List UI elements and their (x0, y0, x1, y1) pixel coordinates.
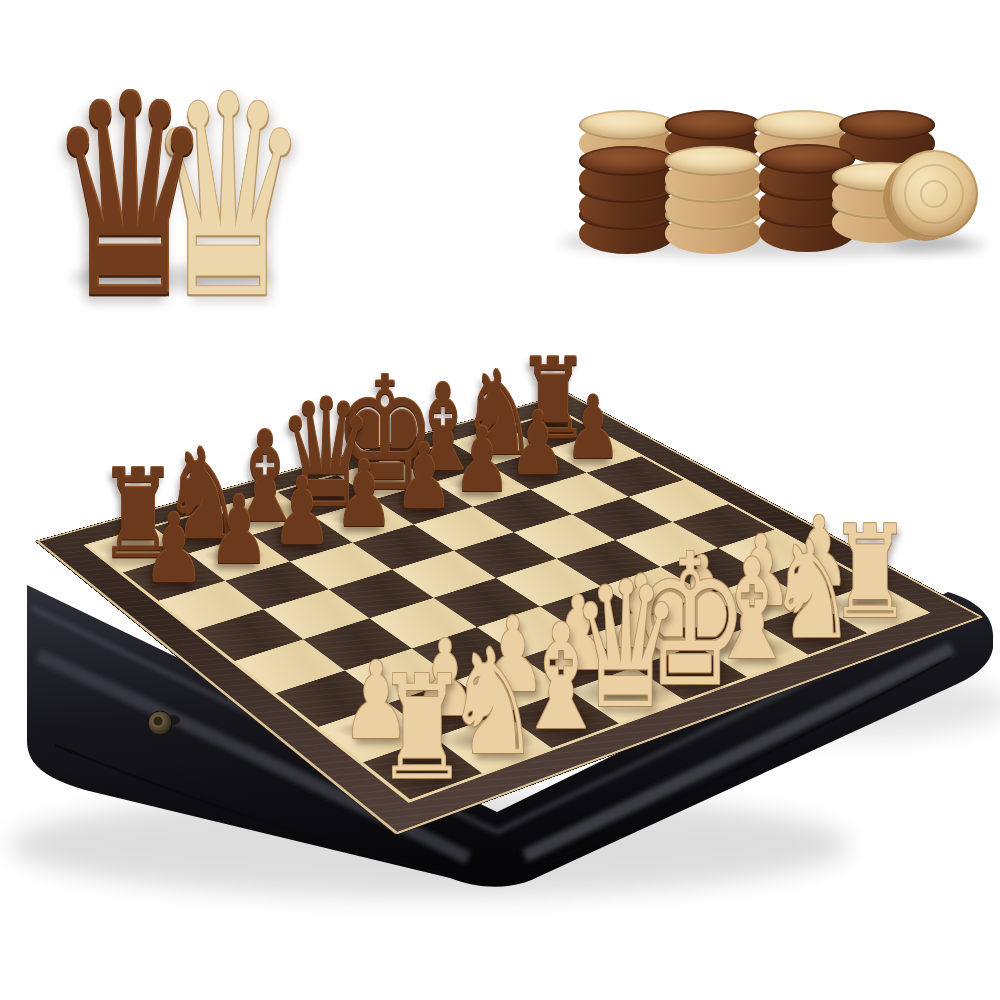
checker-disc-leaning-maple (890, 150, 978, 238)
checker-top (665, 146, 761, 176)
checker-top (579, 110, 675, 140)
drawer-knob-center (154, 717, 163, 726)
hero-walnut-queen-piece: ♛ (48, 59, 212, 337)
checker-top (579, 146, 675, 176)
checker-disc-stack-maple (665, 146, 761, 202)
checker-top (839, 110, 935, 140)
product-photo-scene: ♛ ♛ ♜♞♝♛♚♝♞♜♟♟♟♟♟♟♟♟♟♟♟♟♟♟♟♟♜♞♝♛♚♝♞♜ (0, 0, 1000, 1000)
wood-grain-ring (920, 180, 948, 208)
checker-top (754, 110, 850, 140)
checker-top (665, 110, 761, 140)
checker-disc-stack-walnut (579, 146, 675, 202)
